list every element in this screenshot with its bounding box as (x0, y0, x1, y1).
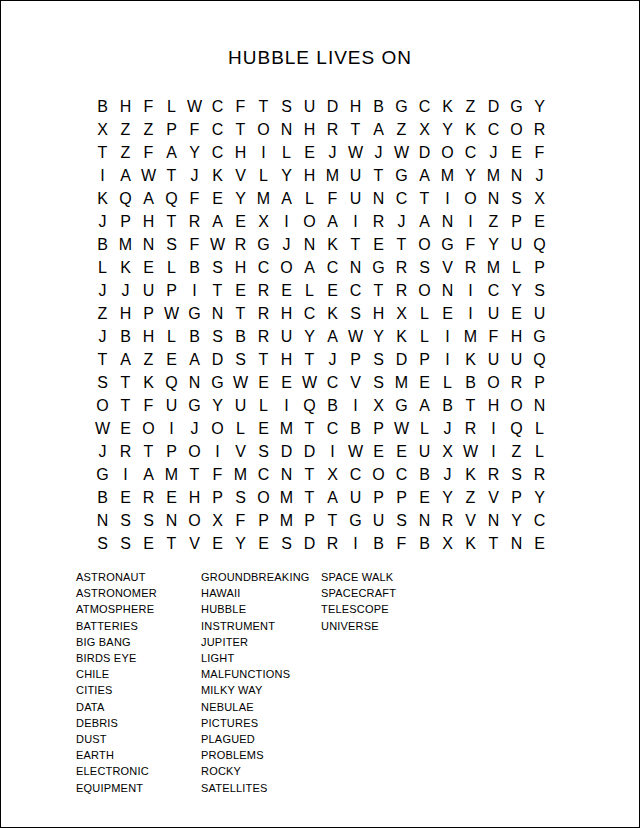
grid-cell-r9c3[interactable]: U (137, 279, 160, 302)
grid-cell-r5c11[interactable]: F (321, 187, 344, 210)
grid-cell-r11c5[interactable]: B (183, 325, 206, 348)
grid-cell-r5c1[interactable]: K (91, 187, 114, 210)
grid-cell-r14c20[interactable]: N (528, 394, 551, 417)
grid-cell-r18c3[interactable]: R (137, 486, 160, 509)
grid-cell-r7c2[interactable]: M (114, 233, 137, 256)
grid-cell-r17c14[interactable]: C (390, 463, 413, 486)
grid-cell-r1c3[interactable]: F (137, 95, 160, 118)
grid-cell-r17c7[interactable]: M (229, 463, 252, 486)
grid-cell-r18c13[interactable]: P (367, 486, 390, 509)
grid-cell-r11c9[interactable]: U (275, 325, 298, 348)
grid-cell-r14c3[interactable]: F (137, 394, 160, 417)
grid-cell-r15c15[interactable]: L (413, 417, 436, 440)
grid-cell-r1c11[interactable]: D (321, 95, 344, 118)
grid-cell-r12c14[interactable]: D (390, 348, 413, 371)
grid-cell-r4c17[interactable]: Y (459, 164, 482, 187)
grid-cell-r7c13[interactable]: E (367, 233, 390, 256)
grid-cell-r3c20[interactable]: F (528, 141, 551, 164)
grid-cell-r12c5[interactable]: A (183, 348, 206, 371)
grid-cell-r8c11[interactable]: C (321, 256, 344, 279)
grid-cell-r15c19[interactable]: Q (505, 417, 528, 440)
grid-cell-r6c2[interactable]: P (114, 210, 137, 233)
grid-cell-r1c17[interactable]: Z (459, 95, 482, 118)
grid-cell-r5c8[interactable]: M (252, 187, 275, 210)
grid-cell-r2c16[interactable]: Y (436, 118, 459, 141)
grid-cell-r12c11[interactable]: J (321, 348, 344, 371)
grid-cell-r6c13[interactable]: R (367, 210, 390, 233)
grid-cell-r3c19[interactable]: E (505, 141, 528, 164)
grid-cell-r9c14[interactable]: R (390, 279, 413, 302)
grid-cell-r20c14[interactable]: F (390, 532, 413, 555)
grid-cell-r7c4[interactable]: S (160, 233, 183, 256)
grid-cell-r18c2[interactable]: E (114, 486, 137, 509)
grid-cell-r3c5[interactable]: Y (183, 141, 206, 164)
grid-cell-r17c12[interactable]: C (344, 463, 367, 486)
grid-cell-r7c17[interactable]: F (459, 233, 482, 256)
grid-cell-r7c8[interactable]: G (252, 233, 275, 256)
grid-cell-r10c7[interactable]: T (229, 302, 252, 325)
grid-cell-r9c13[interactable]: T (367, 279, 390, 302)
grid-cell-r20c6[interactable]: E (206, 532, 229, 555)
grid-cell-r1c19[interactable]: G (505, 95, 528, 118)
grid-cell-r18c1[interactable]: B (91, 486, 114, 509)
grid-cell-r3c9[interactable]: L (275, 141, 298, 164)
grid-cell-r6c12[interactable]: I (344, 210, 367, 233)
grid-cell-r5c9[interactable]: A (275, 187, 298, 210)
grid-cell-r7c7[interactable]: R (229, 233, 252, 256)
grid-cell-r18c16[interactable]: Y (436, 486, 459, 509)
grid-cell-r10c1[interactable]: Z (91, 302, 114, 325)
grid-cell-r17c10[interactable]: T (298, 463, 321, 486)
grid-cell-r16c8[interactable]: S (252, 440, 275, 463)
grid-cell-r4c18[interactable]: M (482, 164, 505, 187)
grid-cell-r17c13[interactable]: O (367, 463, 390, 486)
grid-cell-r20c10[interactable]: D (298, 532, 321, 555)
grid-cell-r13c12[interactable]: V (344, 371, 367, 394)
grid-cell-r4c4[interactable]: T (160, 164, 183, 187)
grid-cell-r18c19[interactable]: P (505, 486, 528, 509)
grid-cell-r4c11[interactable]: M (321, 164, 344, 187)
grid-cell-r5c6[interactable]: E (206, 187, 229, 210)
grid-cell-r16c15[interactable]: U (413, 440, 436, 463)
grid-cell-r4c8[interactable]: L (252, 164, 275, 187)
grid-cell-r19c19[interactable]: Y (505, 509, 528, 532)
grid-cell-r2c2[interactable]: Z (114, 118, 137, 141)
grid-cell-r16c13[interactable]: E (367, 440, 390, 463)
grid-cell-r1c14[interactable]: G (390, 95, 413, 118)
grid-cell-r10c9[interactable]: H (275, 302, 298, 325)
grid-cell-r10c20[interactable]: U (528, 302, 551, 325)
grid-cell-r9c9[interactable]: E (275, 279, 298, 302)
grid-cell-r4c13[interactable]: T (367, 164, 390, 187)
grid-cell-r13c19[interactable]: R (505, 371, 528, 394)
grid-cell-r1c9[interactable]: S (275, 95, 298, 118)
grid-cell-r13c14[interactable]: M (390, 371, 413, 394)
grid-cell-r11c11[interactable]: A (321, 325, 344, 348)
grid-cell-r9c19[interactable]: Y (505, 279, 528, 302)
grid-cell-r9c17[interactable]: I (459, 279, 482, 302)
grid-cell-r12c6[interactable]: D (206, 348, 229, 371)
grid-cell-r6c16[interactable]: N (436, 210, 459, 233)
grid-cell-r4c7[interactable]: V (229, 164, 252, 187)
grid-cell-r12c13[interactable]: S (367, 348, 390, 371)
grid-cell-r12c19[interactable]: U (505, 348, 528, 371)
grid-cell-r19c6[interactable]: X (206, 509, 229, 532)
grid-cell-r14c17[interactable]: T (459, 394, 482, 417)
grid-cell-r2c3[interactable]: Z (137, 118, 160, 141)
grid-cell-r17c5[interactable]: T (183, 463, 206, 486)
grid-cell-r16c1[interactable]: J (91, 440, 114, 463)
grid-cell-r5c18[interactable]: N (482, 187, 505, 210)
grid-cell-r14c2[interactable]: T (114, 394, 137, 417)
grid-cell-r17c4[interactable]: M (160, 463, 183, 486)
grid-cell-r3c13[interactable]: J (367, 141, 390, 164)
grid-cell-r13c18[interactable]: O (482, 371, 505, 394)
grid-cell-r6c8[interactable]: X (252, 210, 275, 233)
grid-cell-r14c18[interactable]: H (482, 394, 505, 417)
grid-cell-r13c17[interactable]: B (459, 371, 482, 394)
grid-cell-r16c19[interactable]: Z (505, 440, 528, 463)
grid-cell-r5c13[interactable]: N (367, 187, 390, 210)
grid-cell-r15c11[interactable]: C (321, 417, 344, 440)
grid-cell-r10c19[interactable]: E (505, 302, 528, 325)
grid-cell-r14c5[interactable]: G (183, 394, 206, 417)
grid-cell-r16c20[interactable]: L (528, 440, 551, 463)
grid-cell-r14c7[interactable]: U (229, 394, 252, 417)
grid-cell-r6c4[interactable]: T (160, 210, 183, 233)
grid-cell-r10c14[interactable]: X (390, 302, 413, 325)
grid-cell-r7c14[interactable]: T (390, 233, 413, 256)
grid-cell-r17c20[interactable]: R (528, 463, 551, 486)
grid-cell-r17c6[interactable]: F (206, 463, 229, 486)
grid-cell-r3c12[interactable]: W (344, 141, 367, 164)
grid-cell-r12c20[interactable]: Q (528, 348, 551, 371)
grid-cell-r14c1[interactable]: O (91, 394, 114, 417)
grid-cell-r2c1[interactable]: X (91, 118, 114, 141)
grid-cell-r13c7[interactable]: W (229, 371, 252, 394)
grid-cell-r10c6[interactable]: N (206, 302, 229, 325)
grid-cell-r13c1[interactable]: S (91, 371, 114, 394)
grid-cell-r11c14[interactable]: K (390, 325, 413, 348)
grid-cell-r6c20[interactable]: E (528, 210, 551, 233)
grid-cell-r17c16[interactable]: J (436, 463, 459, 486)
grid-cell-r20c3[interactable]: E (137, 532, 160, 555)
grid-cell-r18c4[interactable]: E (160, 486, 183, 509)
grid-cell-r2c17[interactable]: K (459, 118, 482, 141)
grid-cell-r20c4[interactable]: T (160, 532, 183, 555)
grid-cell-r3c4[interactable]: A (160, 141, 183, 164)
grid-cell-r11c7[interactable]: B (229, 325, 252, 348)
grid-cell-r11c18[interactable]: F (482, 325, 505, 348)
grid-cell-r20c15[interactable]: B (413, 532, 436, 555)
grid-cell-r14c14[interactable]: G (390, 394, 413, 417)
grid-cell-r6c14[interactable]: J (390, 210, 413, 233)
grid-cell-r15c4[interactable]: I (160, 417, 183, 440)
grid-cell-r18c8[interactable]: O (252, 486, 275, 509)
grid-cell-r11c10[interactable]: Y (298, 325, 321, 348)
grid-cell-r2c12[interactable]: T (344, 118, 367, 141)
grid-cell-r5c12[interactable]: U (344, 187, 367, 210)
grid-cell-r2c10[interactable]: H (298, 118, 321, 141)
grid-cell-r8c16[interactable]: V (436, 256, 459, 279)
grid-cell-r12c1[interactable]: T (91, 348, 114, 371)
grid-cell-r17c17[interactable]: K (459, 463, 482, 486)
grid-cell-r2c11[interactable]: R (321, 118, 344, 141)
grid-cell-r3c14[interactable]: W (390, 141, 413, 164)
grid-cell-r13c13[interactable]: S (367, 371, 390, 394)
grid-cell-r20c20[interactable]: E (528, 532, 551, 555)
grid-cell-r13c5[interactable]: N (183, 371, 206, 394)
grid-cell-r12c17[interactable]: K (459, 348, 482, 371)
grid-cell-r2c4[interactable]: P (160, 118, 183, 141)
grid-cell-r14c19[interactable]: O (505, 394, 528, 417)
grid-cell-r9c16[interactable]: N (436, 279, 459, 302)
grid-cell-r10c2[interactable]: H (114, 302, 137, 325)
grid-cell-r14c8[interactable]: L (252, 394, 275, 417)
grid-cell-r3c10[interactable]: E (298, 141, 321, 164)
grid-cell-r7c1[interactable]: B (91, 233, 114, 256)
grid-cell-r15c9[interactable]: M (275, 417, 298, 440)
grid-cell-r7c15[interactable]: O (413, 233, 436, 256)
grid-cell-r19c16[interactable]: R (436, 509, 459, 532)
grid-cell-r20c11[interactable]: R (321, 532, 344, 555)
grid-cell-r15c16[interactable]: J (436, 417, 459, 440)
grid-cell-r8c7[interactable]: H (229, 256, 252, 279)
grid-cell-r10c10[interactable]: C (298, 302, 321, 325)
grid-cell-r7c18[interactable]: Y (482, 233, 505, 256)
grid-cell-r8c15[interactable]: S (413, 256, 436, 279)
grid-cell-r15c14[interactable]: W (390, 417, 413, 440)
grid-cell-r4c20[interactable]: J (528, 164, 551, 187)
grid-cell-r2c5[interactable]: F (183, 118, 206, 141)
grid-cell-r13c9[interactable]: E (275, 371, 298, 394)
grid-cell-r2c9[interactable]: N (275, 118, 298, 141)
grid-cell-r19c17[interactable]: V (459, 509, 482, 532)
grid-cell-r8c9[interactable]: O (275, 256, 298, 279)
grid-cell-r9c6[interactable]: T (206, 279, 229, 302)
grid-cell-r7c9[interactable]: J (275, 233, 298, 256)
grid-cell-r17c3[interactable]: A (137, 463, 160, 486)
grid-cell-r18c14[interactable]: P (390, 486, 413, 509)
grid-cell-r13c16[interactable]: L (436, 371, 459, 394)
grid-cell-r10c3[interactable]: P (137, 302, 160, 325)
grid-cell-r17c9[interactable]: N (275, 463, 298, 486)
grid-cell-r17c8[interactable]: C (252, 463, 275, 486)
grid-cell-r18c15[interactable]: E (413, 486, 436, 509)
grid-cell-r19c4[interactable]: N (160, 509, 183, 532)
grid-cell-r8c20[interactable]: P (528, 256, 551, 279)
grid-cell-r5c10[interactable]: L (298, 187, 321, 210)
grid-cell-r8c8[interactable]: C (252, 256, 275, 279)
grid-cell-r1c15[interactable]: C (413, 95, 436, 118)
grid-cell-r11c17[interactable]: M (459, 325, 482, 348)
grid-cell-r15c12[interactable]: B (344, 417, 367, 440)
grid-cell-r20c18[interactable]: T (482, 532, 505, 555)
grid-cell-r8c19[interactable]: L (505, 256, 528, 279)
grid-cell-r14c10[interactable]: Q (298, 394, 321, 417)
grid-cell-r1c12[interactable]: H (344, 95, 367, 118)
grid-cell-r11c4[interactable]: L (160, 325, 183, 348)
grid-cell-r4c12[interactable]: U (344, 164, 367, 187)
grid-cell-r11c12[interactable]: W (344, 325, 367, 348)
grid-cell-r18c9[interactable]: M (275, 486, 298, 509)
grid-cell-r4c15[interactable]: A (413, 164, 436, 187)
grid-cell-r15c17[interactable]: R (459, 417, 482, 440)
grid-cell-r5c15[interactable]: T (413, 187, 436, 210)
grid-cell-r5c14[interactable]: C (390, 187, 413, 210)
grid-cell-r13c3[interactable]: K (137, 371, 160, 394)
grid-cell-r12c2[interactable]: A (114, 348, 137, 371)
grid-cell-r3c16[interactable]: O (436, 141, 459, 164)
grid-cell-r19c18[interactable]: N (482, 509, 505, 532)
grid-cell-r14c11[interactable]: B (321, 394, 344, 417)
grid-cell-r6c10[interactable]: O (298, 210, 321, 233)
grid-cell-r5c16[interactable]: I (436, 187, 459, 210)
grid-cell-r2c18[interactable]: C (482, 118, 505, 141)
grid-cell-r12c8[interactable]: T (252, 348, 275, 371)
grid-cell-r8c17[interactable]: R (459, 256, 482, 279)
grid-cell-r5c20[interactable]: X (528, 187, 551, 210)
grid-cell-r8c6[interactable]: S (206, 256, 229, 279)
grid-cell-r15c1[interactable]: W (91, 417, 114, 440)
grid-cell-r1c18[interactable]: D (482, 95, 505, 118)
grid-cell-r16c7[interactable]: V (229, 440, 252, 463)
grid-cell-r2c6[interactable]: C (206, 118, 229, 141)
grid-cell-r15c18[interactable]: I (482, 417, 505, 440)
grid-cell-r6c1[interactable]: J (91, 210, 114, 233)
grid-cell-r12c10[interactable]: T (298, 348, 321, 371)
grid-cell-r1c4[interactable]: L (160, 95, 183, 118)
grid-cell-r7c19[interactable]: U (505, 233, 528, 256)
grid-cell-r7c12[interactable]: T (344, 233, 367, 256)
grid-cell-r7c11[interactable]: K (321, 233, 344, 256)
grid-cell-r13c2[interactable]: T (114, 371, 137, 394)
grid-cell-r4c5[interactable]: J (183, 164, 206, 187)
grid-cell-r13c15[interactable]: E (413, 371, 436, 394)
grid-cell-r20c5[interactable]: V (183, 532, 206, 555)
grid-cell-r1c7[interactable]: F (229, 95, 252, 118)
grid-cell-r11c16[interactable]: I (436, 325, 459, 348)
grid-cell-r8c10[interactable]: A (298, 256, 321, 279)
grid-cell-r5c3[interactable]: A (137, 187, 160, 210)
grid-cell-r16c12[interactable]: W (344, 440, 367, 463)
grid-cell-r16c6[interactable]: I (206, 440, 229, 463)
grid-cell-r17c11[interactable]: X (321, 463, 344, 486)
grid-cell-r10c8[interactable]: R (252, 302, 275, 325)
grid-cell-r10c13[interactable]: H (367, 302, 390, 325)
grid-cell-r11c2[interactable]: B (114, 325, 137, 348)
grid-cell-r14c4[interactable]: U (160, 394, 183, 417)
grid-cell-r11c20[interactable]: G (528, 325, 551, 348)
grid-cell-r19c7[interactable]: F (229, 509, 252, 532)
grid-cell-r9c5[interactable]: I (183, 279, 206, 302)
grid-cell-r5c17[interactable]: O (459, 187, 482, 210)
grid-cell-r18c10[interactable]: T (298, 486, 321, 509)
grid-cell-r17c18[interactable]: R (482, 463, 505, 486)
grid-cell-r20c1[interactable]: S (91, 532, 114, 555)
grid-cell-r17c19[interactable]: S (505, 463, 528, 486)
grid-cell-r8c5[interactable]: B (183, 256, 206, 279)
grid-cell-r2c7[interactable]: T (229, 118, 252, 141)
grid-cell-r12c4[interactable]: E (160, 348, 183, 371)
grid-cell-r3c11[interactable]: J (321, 141, 344, 164)
grid-cell-r20c17[interactable]: K (459, 532, 482, 555)
grid-cell-r7c3[interactable]: N (137, 233, 160, 256)
grid-cell-r5c4[interactable]: Q (160, 187, 183, 210)
grid-cell-r20c19[interactable]: N (505, 532, 528, 555)
grid-cell-r9c7[interactable]: E (229, 279, 252, 302)
grid-cell-r4c14[interactable]: G (390, 164, 413, 187)
grid-cell-r14c9[interactable]: I (275, 394, 298, 417)
grid-cell-r14c12[interactable]: I (344, 394, 367, 417)
grid-cell-r3c8[interactable]: I (252, 141, 275, 164)
grid-cell-r10c4[interactable]: W (160, 302, 183, 325)
grid-cell-r15c20[interactable]: L (528, 417, 551, 440)
grid-cell-r19c9[interactable]: M (275, 509, 298, 532)
grid-cell-r5c7[interactable]: Y (229, 187, 252, 210)
grid-cell-r7c10[interactable]: N (298, 233, 321, 256)
grid-cell-r8c18[interactable]: M (482, 256, 505, 279)
grid-cell-r4c9[interactable]: Y (275, 164, 298, 187)
grid-cell-r6c19[interactable]: P (505, 210, 528, 233)
grid-cell-r19c11[interactable]: T (321, 509, 344, 532)
grid-cell-r19c15[interactable]: N (413, 509, 436, 532)
grid-cell-r16c3[interactable]: T (137, 440, 160, 463)
grid-cell-r19c1[interactable]: N (91, 509, 114, 532)
grid-cell-r12c7[interactable]: S (229, 348, 252, 371)
grid-cell-r16c17[interactable]: W (459, 440, 482, 463)
grid-cell-r11c19[interactable]: H (505, 325, 528, 348)
grid-cell-r19c10[interactable]: P (298, 509, 321, 532)
grid-cell-r8c3[interactable]: E (137, 256, 160, 279)
grid-cell-r20c2[interactable]: S (114, 532, 137, 555)
grid-cell-r6c18[interactable]: Z (482, 210, 505, 233)
grid-cell-r8c1[interactable]: L (91, 256, 114, 279)
grid-cell-r1c20[interactable]: Y (528, 95, 551, 118)
grid-cell-r3c3[interactable]: F (137, 141, 160, 164)
grid-cell-r19c14[interactable]: S (390, 509, 413, 532)
grid-cell-r16c9[interactable]: D (275, 440, 298, 463)
grid-cell-r15c13[interactable]: P (367, 417, 390, 440)
grid-cell-r18c17[interactable]: Z (459, 486, 482, 509)
grid-cell-r4c19[interactable]: N (505, 164, 528, 187)
grid-cell-r16c4[interactable]: P (160, 440, 183, 463)
grid-cell-r20c16[interactable]: X (436, 532, 459, 555)
grid-cell-r18c7[interactable]: S (229, 486, 252, 509)
grid-cell-r20c8[interactable]: E (252, 532, 275, 555)
grid-cell-r4c3[interactable]: W (137, 164, 160, 187)
grid-cell-r20c9[interactable]: S (275, 532, 298, 555)
grid-cell-r16c18[interactable]: I (482, 440, 505, 463)
grid-cell-r14c16[interactable]: B (436, 394, 459, 417)
grid-cell-r19c3[interactable]: S (137, 509, 160, 532)
grid-cell-r15c2[interactable]: E (114, 417, 137, 440)
grid-cell-r11c15[interactable]: L (413, 325, 436, 348)
grid-cell-r10c16[interactable]: E (436, 302, 459, 325)
grid-cell-r10c5[interactable]: G (183, 302, 206, 325)
grid-cell-r7c5[interactable]: F (183, 233, 206, 256)
grid-cell-r19c13[interactable]: U (367, 509, 390, 532)
grid-cell-r4c16[interactable]: M (436, 164, 459, 187)
grid-cell-r2c13[interactable]: A (367, 118, 390, 141)
grid-cell-r13c11[interactable]: C (321, 371, 344, 394)
grid-cell-r16c10[interactable]: D (298, 440, 321, 463)
grid-cell-r4c1[interactable]: I (91, 164, 114, 187)
grid-cell-r1c5[interactable]: W (183, 95, 206, 118)
grid-cell-r8c4[interactable]: L (160, 256, 183, 279)
grid-cell-r3c18[interactable]: J (482, 141, 505, 164)
grid-cell-r11c8[interactable]: R (252, 325, 275, 348)
